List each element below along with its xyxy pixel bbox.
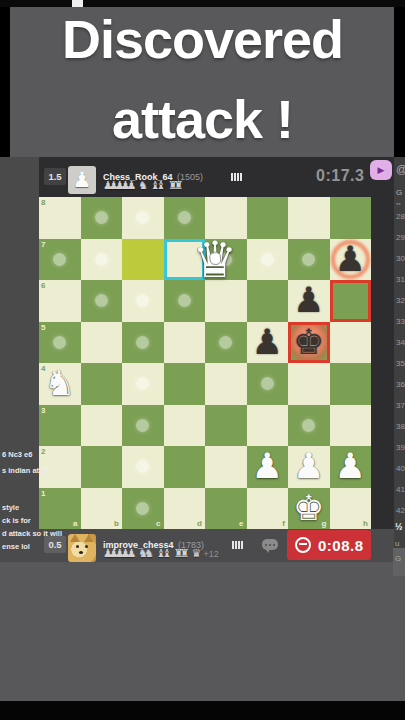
black-pawn-f5[interactable]: ♟: [247, 322, 289, 364]
black-king-g5[interactable]: ♚: [288, 322, 330, 364]
move-number-37[interactable]: 37: [396, 401, 405, 410]
bottom-player-time: 0:08.8: [318, 537, 364, 554]
square-d1[interactable]: d: [164, 488, 206, 530]
move-hint-dot: [302, 253, 315, 266]
square-g8[interactable]: [288, 197, 330, 239]
square-e1[interactable]: e: [205, 488, 247, 530]
chat-line-2: style: [2, 503, 19, 512]
square-b7[interactable]: [81, 239, 123, 281]
move-hint-dot: [95, 253, 108, 266]
square-h1[interactable]: h: [330, 488, 372, 530]
file-label-d: d: [197, 519, 202, 528]
file-label-e: e: [239, 519, 243, 528]
top-player-clock: 0:17.3: [316, 167, 364, 185]
move-hint-dot: [53, 336, 66, 349]
connection-bars-icon: [232, 535, 244, 553]
file-label-c: c: [156, 519, 160, 528]
square-h6[interactable]: [330, 280, 372, 322]
square-e4[interactable]: [205, 363, 247, 405]
progress-notch: [72, 0, 83, 7]
move-list-fragment-2: G: [395, 554, 401, 563]
move-number-38[interactable]: 38: [396, 422, 405, 431]
file-label-b: b: [114, 519, 119, 528]
square-a7[interactable]: 7: [39, 239, 81, 281]
lower-gray-area: [0, 562, 405, 701]
square-f5[interactable]: ♟: [247, 322, 289, 364]
black-pawn-h7[interactable]: ♟: [330, 239, 372, 281]
square-b2[interactable]: [81, 446, 123, 488]
move-hint-dot: [136, 460, 149, 473]
material-advantage: +12: [203, 549, 218, 559]
square-g3[interactable]: [288, 405, 330, 447]
bottom-black-strip: [0, 701, 405, 720]
bottom-player-clock: 0:08.8: [287, 530, 371, 560]
move-hint-dot: [136, 377, 149, 390]
square-b3[interactable]: [81, 405, 123, 447]
square-a3[interactable]: 3: [39, 405, 81, 447]
square-g2[interactable]: ♟: [288, 446, 330, 488]
square-g1[interactable]: g♚: [288, 488, 330, 530]
move-number-35[interactable]: 35: [396, 359, 405, 368]
black-pawn-g6[interactable]: ♟: [288, 280, 330, 322]
move-hint-dot: [136, 419, 149, 432]
top-player-captured-pieces: ♟♟♟♟♟♞♝♝♜♜: [103, 180, 186, 191]
white-pawn-g2[interactable]: ♟: [288, 446, 330, 488]
top-black-strip: [0, 0, 405, 7]
square-h3[interactable]: [330, 405, 372, 447]
square-c7[interactable]: [122, 239, 164, 281]
move-hint-dot: [95, 211, 108, 224]
top-player-name-row: Chess_Rook_64 (1505): [103, 166, 243, 177]
pawn-avatar-icon: ♟: [73, 168, 92, 192]
bottom-player-captured-pieces: ♟♟♟♟♟♞♞♝♝♜♜♛+12: [103, 548, 219, 560]
file-label-h: h: [363, 519, 368, 528]
captured-knight-group: ♞♞: [138, 548, 150, 559]
rank-label-1: 1: [41, 489, 45, 498]
move-hint-dot: [302, 419, 315, 432]
square-c3[interactable]: [122, 405, 164, 447]
bottom-player-score: 0.5: [44, 536, 66, 553]
move-list-header: G: [396, 188, 402, 197]
move-hint-dot: [53, 253, 66, 266]
square-a4[interactable]: 4♞: [39, 363, 81, 405]
file-label-a: a: [73, 519, 77, 528]
move-number-40[interactable]: 40: [396, 464, 405, 473]
square-c4[interactable]: [122, 363, 164, 405]
doge-eye: [85, 545, 88, 548]
video-frame: Discovered attack ! 1.5 ♟ Chess_Rook_64 …: [0, 0, 405, 720]
square-b1[interactable]: b: [81, 488, 123, 530]
white-king-g1[interactable]: ♚: [288, 488, 330, 530]
captured-rook-group: ♜♜: [174, 548, 186, 559]
rank-label-5: 5: [41, 323, 45, 332]
square-d5[interactable]: [164, 322, 206, 364]
chess-board[interactable]: ♛ 87♟6♟5♟♚4♞32♟♟♟1abcdefg♚h: [39, 197, 371, 529]
move-number-29[interactable]: 29: [396, 233, 405, 242]
move-number-33[interactable]: 33: [396, 317, 405, 326]
square-f7[interactable]: [247, 239, 289, 281]
doge-eye: [76, 545, 79, 548]
white-pawn-f2[interactable]: ♟: [247, 446, 289, 488]
at-symbol: @: [396, 163, 405, 175]
clock-minus-icon: [295, 537, 311, 553]
move-number-42[interactable]: 42: [396, 506, 405, 515]
video-title-line2: attack !: [0, 88, 405, 150]
germany-flag-icon: [210, 172, 223, 180]
move-hint-dot: [136, 336, 149, 349]
move-hint-dot: [261, 253, 274, 266]
rank-label-6: 6: [41, 281, 45, 290]
square-f4[interactable]: [247, 363, 289, 405]
move-number-28[interactable]: 28: [396, 212, 405, 221]
move-list-fragment-1: u: [395, 539, 399, 548]
chat-line-4: d attack so it will: [2, 529, 62, 538]
doge-ear: [70, 534, 80, 542]
square-a8[interactable]: 8: [39, 197, 81, 239]
rank-label-2: 2: [41, 447, 45, 456]
move-hint-dot: [178, 211, 191, 224]
chat-line-5: ense lol: [2, 542, 30, 551]
move-list-fragment-0: ½: [395, 522, 403, 532]
move-number-31[interactable]: 31: [396, 275, 405, 284]
file-label-f: f: [282, 519, 285, 528]
square-c2[interactable]: [122, 446, 164, 488]
square-f3[interactable]: [247, 405, 289, 447]
doge-nose: [79, 551, 83, 554]
doge-ear: [84, 534, 94, 542]
square-h7[interactable]: ♟: [330, 239, 372, 281]
bottom-player-avatar[interactable]: [68, 534, 96, 562]
square-e3[interactable]: [205, 405, 247, 447]
square-a1[interactable]: 1a: [39, 488, 81, 530]
move-hint-dot: [136, 502, 149, 515]
captured-bishop-group: ♝♝: [156, 548, 168, 559]
connection-bars-icon: [231, 167, 243, 185]
square-d3[interactable]: [164, 405, 206, 447]
captured-knight-group: ♞: [138, 180, 144, 191]
move-hint-dot: [219, 336, 232, 349]
move-hint-dot: [95, 294, 108, 307]
move-hint-dot: [178, 294, 191, 307]
chat-line-3: ck is for: [2, 516, 31, 525]
square-f6[interactable]: [247, 280, 289, 322]
captured-bishop-group: ♝♝: [150, 180, 162, 191]
square-g7[interactable]: [288, 239, 330, 281]
chat-line-0: 6 Nc3 e6: [2, 450, 32, 459]
move-number-41[interactable]: 41: [396, 485, 405, 494]
white-knight-a4[interactable]: ♞: [39, 363, 81, 405]
move-number-34[interactable]: 34: [396, 338, 405, 347]
square-c5[interactable]: [122, 322, 164, 364]
rank-label-3: 3: [41, 406, 45, 415]
square-d2[interactable]: [164, 446, 206, 488]
square-g4[interactable]: [288, 363, 330, 405]
square-e2[interactable]: [205, 446, 247, 488]
rank-label-8: 8: [41, 198, 45, 207]
captured-pawn-group: ♟♟♟♟♟: [103, 548, 132, 559]
move-hint-dot: [261, 377, 274, 390]
play-button[interactable]: ▶: [370, 160, 392, 180]
captured-queen-group: ♛: [192, 548, 198, 559]
square-h4[interactable]: [330, 363, 372, 405]
square-g5[interactable]: ♚: [288, 322, 330, 364]
india-flag-icon: [211, 540, 224, 548]
square-h2[interactable]: ♟: [330, 446, 372, 488]
move-hint-dot: [136, 294, 149, 307]
top-player-score: 1.5: [44, 168, 66, 185]
video-title-line1: Discovered: [0, 8, 405, 70]
square-f8[interactable]: [247, 197, 289, 239]
captured-pawn-group: ♟♟♟♟♟: [103, 180, 132, 191]
chat-line-1: s indian atta: [2, 466, 46, 475]
chat-bubble-icon[interactable]: [262, 539, 278, 550]
square-a6[interactable]: 6: [39, 280, 81, 322]
square-c6[interactable]: [122, 280, 164, 322]
square-g6[interactable]: ♟: [288, 280, 330, 322]
square-e5[interactable]: [205, 322, 247, 364]
square-a5[interactable]: 5: [39, 322, 81, 364]
square-f2[interactable]: ♟: [247, 446, 289, 488]
square-c1[interactable]: c: [122, 488, 164, 530]
white-pawn-h2[interactable]: ♟: [330, 446, 372, 488]
move-hint-dot: [136, 211, 149, 224]
move-list-subheader: **: [396, 202, 401, 208]
square-c8[interactable]: [122, 197, 164, 239]
square-b8[interactable]: [81, 197, 123, 239]
square-f1[interactable]: f: [247, 488, 289, 530]
grab-hand-cursor: [207, 249, 223, 267]
square-b4[interactable]: [81, 363, 123, 405]
move-number-30[interactable]: 30: [396, 254, 405, 263]
square-h5[interactable]: [330, 322, 372, 364]
square-b6[interactable]: [81, 280, 123, 322]
top-player-avatar[interactable]: ♟: [68, 166, 96, 194]
square-b5[interactable]: [81, 322, 123, 364]
bottom-player-name-row: improve_chess4 (1783): [103, 534, 244, 545]
square-d4[interactable]: [164, 363, 206, 405]
move-number-36[interactable]: 36: [396, 380, 405, 389]
captured-rook-group: ♜♜: [168, 180, 180, 191]
rank-label-7: 7: [41, 240, 45, 249]
move-number-32[interactable]: 32: [396, 296, 405, 305]
square-h8[interactable]: [330, 197, 372, 239]
move-number-39[interactable]: 39: [396, 443, 405, 452]
